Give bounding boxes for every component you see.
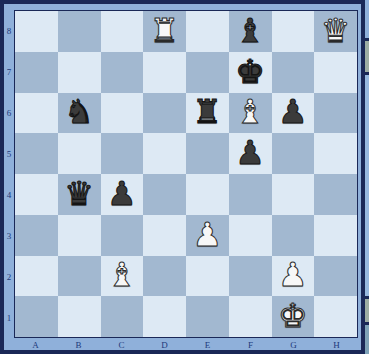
- square-c3[interactable]: [101, 215, 144, 256]
- square-c6[interactable]: [101, 93, 144, 134]
- square-a8[interactable]: [15, 11, 58, 52]
- rank-label-2: 2: [4, 256, 14, 297]
- square-b4[interactable]: ♛: [58, 174, 101, 215]
- square-g7[interactable]: [272, 52, 315, 93]
- window-edge-strip: [365, 0, 369, 354]
- square-h5[interactable]: [314, 133, 357, 174]
- square-a5[interactable]: [15, 133, 58, 174]
- file-label-d: D: [143, 340, 186, 351]
- square-d3[interactable]: [143, 215, 186, 256]
- square-f7[interactable]: ♚: [229, 52, 272, 93]
- square-g4[interactable]: [272, 174, 315, 215]
- file-label-a: A: [14, 340, 57, 351]
- square-b2[interactable]: [58, 256, 101, 297]
- chess-diagram-window: 87654321 ♜♝♛♚♞♜♝♟♟♛♟♟♝♟♚ ABCDEFGH: [0, 0, 369, 354]
- rank-label-8: 8: [4, 10, 14, 51]
- square-b6[interactable]: ♞: [58, 93, 101, 134]
- white-pawn-g2[interactable]: ♟: [278, 258, 308, 291]
- square-g8[interactable]: [272, 11, 315, 52]
- square-f6[interactable]: ♝: [229, 93, 272, 134]
- square-h3[interactable]: [314, 215, 357, 256]
- square-c5[interactable]: [101, 133, 144, 174]
- square-e2[interactable]: [186, 256, 229, 297]
- square-f1[interactable]: [229, 296, 272, 337]
- rank-label-5: 5: [4, 133, 14, 174]
- white-bishop-c2[interactable]: ♝: [107, 258, 137, 291]
- square-d1[interactable]: [143, 296, 186, 337]
- square-b5[interactable]: [58, 133, 101, 174]
- square-g1[interactable]: ♚: [272, 296, 315, 337]
- file-label-g: G: [272, 340, 315, 351]
- chess-board[interactable]: ♜♝♛♚♞♜♝♟♟♛♟♟♝♟♚: [14, 10, 358, 338]
- square-f2[interactable]: [229, 256, 272, 297]
- file-label-b: B: [57, 340, 100, 351]
- white-queen-h8[interactable]: ♛: [321, 14, 351, 47]
- square-d4[interactable]: [143, 174, 186, 215]
- square-h4[interactable]: [314, 174, 357, 215]
- square-b3[interactable]: [58, 215, 101, 256]
- square-h1[interactable]: [314, 296, 357, 337]
- square-f8[interactable]: ♝: [229, 11, 272, 52]
- black-knight-b6[interactable]: ♞: [64, 95, 94, 128]
- square-a2[interactable]: [15, 256, 58, 297]
- square-c1[interactable]: [101, 296, 144, 337]
- black-pawn-f5[interactable]: ♟: [235, 136, 265, 169]
- file-label-h: H: [315, 340, 358, 351]
- white-bishop-f6[interactable]: ♝: [235, 95, 265, 128]
- square-e3[interactable]: ♟: [186, 215, 229, 256]
- board-margin: 87654321 ♜♝♛♚♞♜♝♟♟♛♟♟♝♟♚ ABCDEFGH: [4, 4, 361, 350]
- square-c8[interactable]: [101, 11, 144, 52]
- square-c2[interactable]: ♝: [101, 256, 144, 297]
- white-pawn-e3[interactable]: ♟: [193, 218, 223, 251]
- square-h7[interactable]: [314, 52, 357, 93]
- rank-label-1: 1: [4, 297, 14, 338]
- square-e4[interactable]: [186, 174, 229, 215]
- file-label-f: F: [229, 340, 272, 351]
- square-h6[interactable]: [314, 93, 357, 134]
- square-d6[interactable]: [143, 93, 186, 134]
- edge-strip-segment-2: [365, 41, 369, 72]
- square-d7[interactable]: [143, 52, 186, 93]
- rank-labels: 87654321: [4, 10, 14, 338]
- black-rook-e6[interactable]: ♜: [193, 95, 223, 128]
- square-f5[interactable]: ♟: [229, 133, 272, 174]
- edge-strip-segment-8: [365, 325, 369, 354]
- edge-strip-segment-4: [365, 75, 369, 296]
- square-g2[interactable]: ♟: [272, 256, 315, 297]
- edge-strip-segment-0: [365, 0, 369, 38]
- rank-label-7: 7: [4, 51, 14, 92]
- square-b7[interactable]: [58, 52, 101, 93]
- square-g5[interactable]: [272, 133, 315, 174]
- file-label-c: C: [100, 340, 143, 351]
- square-h8[interactable]: ♛: [314, 11, 357, 52]
- square-f4[interactable]: [229, 174, 272, 215]
- square-e1[interactable]: [186, 296, 229, 337]
- square-e6[interactable]: ♜: [186, 93, 229, 134]
- square-c7[interactable]: [101, 52, 144, 93]
- black-king-f7[interactable]: ♚: [235, 55, 265, 88]
- square-d2[interactable]: [143, 256, 186, 297]
- square-h2[interactable]: [314, 256, 357, 297]
- square-a1[interactable]: [15, 296, 58, 337]
- file-label-e: E: [186, 340, 229, 351]
- rank-label-3: 3: [4, 215, 14, 256]
- square-d5[interactable]: [143, 133, 186, 174]
- square-e7[interactable]: [186, 52, 229, 93]
- square-c4[interactable]: ♟: [101, 174, 144, 215]
- rank-label-6: 6: [4, 92, 14, 133]
- square-b8[interactable]: [58, 11, 101, 52]
- square-a6[interactable]: [15, 93, 58, 134]
- square-g6[interactable]: ♟: [272, 93, 315, 134]
- square-d8[interactable]: ♜: [143, 11, 186, 52]
- black-pawn-c4[interactable]: ♟: [107, 177, 137, 210]
- square-a7[interactable]: [15, 52, 58, 93]
- square-e8[interactable]: [186, 11, 229, 52]
- black-pawn-g6[interactable]: ♟: [278, 95, 308, 128]
- square-g3[interactable]: [272, 215, 315, 256]
- rank-label-4: 4: [4, 174, 14, 215]
- square-a3[interactable]: [15, 215, 58, 256]
- square-f3[interactable]: [229, 215, 272, 256]
- square-e5[interactable]: [186, 133, 229, 174]
- black-queen-b4[interactable]: ♛: [64, 177, 94, 210]
- white-king-g1[interactable]: ♚: [278, 299, 308, 332]
- edge-strip-segment-6: [365, 299, 369, 322]
- file-labels: ABCDEFGH: [14, 340, 358, 351]
- black-bishop-f8[interactable]: ♝: [235, 14, 265, 47]
- white-rook-d8[interactable]: ♜: [150, 14, 180, 47]
- square-a4[interactable]: [15, 174, 58, 215]
- square-b1[interactable]: [58, 296, 101, 337]
